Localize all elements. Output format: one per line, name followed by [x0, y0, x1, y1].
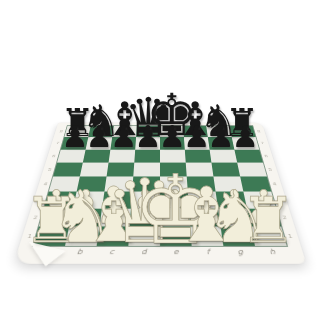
- square-c7[interactable]: [110, 137, 136, 149]
- vinyl-chess-mat: abcdefgh 87654321 87654321: [14, 123, 307, 264]
- square-g1[interactable]: [221, 226, 255, 246]
- file-label-g: g: [223, 247, 258, 261]
- file-label-f: f: [192, 247, 226, 261]
- square-f1[interactable]: [190, 226, 223, 246]
- square-d6[interactable]: [134, 149, 160, 162]
- square-d7[interactable]: [135, 137, 160, 149]
- square-e8[interactable]: [160, 126, 184, 137]
- square-f3[interactable]: [188, 192, 218, 209]
- square-e4[interactable]: [160, 176, 188, 191]
- square-h8[interactable]: [229, 126, 255, 137]
- file-labels-bottom: abcdefgh: [29, 247, 291, 261]
- square-f4[interactable]: [187, 176, 216, 191]
- square-h4[interactable]: [240, 176, 271, 191]
- square-a5[interactable]: [53, 162, 83, 176]
- square-c2[interactable]: [99, 208, 131, 226]
- square-h5[interactable]: [237, 162, 267, 176]
- square-b1[interactable]: [65, 226, 99, 246]
- square-f7[interactable]: [184, 137, 210, 149]
- file-label-d: d: [127, 247, 160, 261]
- square-a6[interactable]: [57, 149, 86, 162]
- square-c4[interactable]: [104, 176, 133, 191]
- square-c3[interactable]: [102, 192, 132, 209]
- square-d8[interactable]: [136, 126, 160, 137]
- square-h7[interactable]: [232, 137, 259, 149]
- square-h2[interactable]: [247, 208, 281, 226]
- square-a3[interactable]: [44, 192, 77, 209]
- board-perspective-wrapper: abcdefgh 87654321 87654321: [0, 0, 320, 320]
- square-h3[interactable]: [243, 192, 276, 209]
- square-d1[interactable]: [128, 226, 160, 246]
- file-label-h: h: [255, 247, 291, 261]
- square-d2[interactable]: [130, 208, 160, 226]
- square-g4[interactable]: [213, 176, 243, 191]
- square-g5[interactable]: [211, 162, 240, 176]
- square-c1[interactable]: [97, 226, 130, 246]
- square-g7[interactable]: [208, 137, 235, 149]
- square-a4[interactable]: [49, 176, 80, 191]
- square-a1[interactable]: [33, 226, 69, 246]
- file-label-b: b: [62, 247, 97, 261]
- square-b4[interactable]: [77, 176, 107, 191]
- square-d4[interactable]: [132, 176, 160, 191]
- square-b3[interactable]: [73, 192, 104, 209]
- square-e1[interactable]: [160, 226, 192, 246]
- square-f6[interactable]: [185, 149, 212, 162]
- square-h6[interactable]: [234, 149, 263, 162]
- square-d3[interactable]: [131, 192, 160, 209]
- square-h1[interactable]: [251, 226, 287, 246]
- square-g8[interactable]: [206, 126, 232, 137]
- square-e6[interactable]: [160, 149, 186, 162]
- square-a2[interactable]: [39, 208, 73, 226]
- square-f2[interactable]: [189, 208, 221, 226]
- product-photo-background: abcdefgh 87654321 87654321 ♜♞♝♛♚♝♞♜♟♟♟♟♟…: [0, 0, 320, 320]
- square-c6[interactable]: [109, 149, 136, 162]
- square-e5[interactable]: [160, 162, 187, 176]
- file-label-c: c: [95, 247, 129, 261]
- square-f5[interactable]: [186, 162, 214, 176]
- file-label-e: e: [160, 247, 193, 261]
- square-b5[interactable]: [80, 162, 109, 176]
- square-g2[interactable]: [218, 208, 251, 226]
- square-b2[interactable]: [69, 208, 102, 226]
- square-b8[interactable]: [88, 126, 114, 137]
- square-a7[interactable]: [61, 137, 88, 149]
- square-e3[interactable]: [160, 192, 189, 209]
- square-f8[interactable]: [183, 126, 208, 137]
- square-g6[interactable]: [210, 149, 238, 162]
- square-e7[interactable]: [160, 137, 185, 149]
- square-b7[interactable]: [86, 137, 113, 149]
- square-d5[interactable]: [133, 162, 160, 176]
- square-g3[interactable]: [216, 192, 247, 209]
- square-c8[interactable]: [112, 126, 137, 137]
- square-b6[interactable]: [83, 149, 111, 162]
- square-e2[interactable]: [160, 208, 190, 226]
- square-c5[interactable]: [107, 162, 135, 176]
- square-a8[interactable]: [64, 126, 90, 137]
- chess-board-grid: [33, 126, 286, 246]
